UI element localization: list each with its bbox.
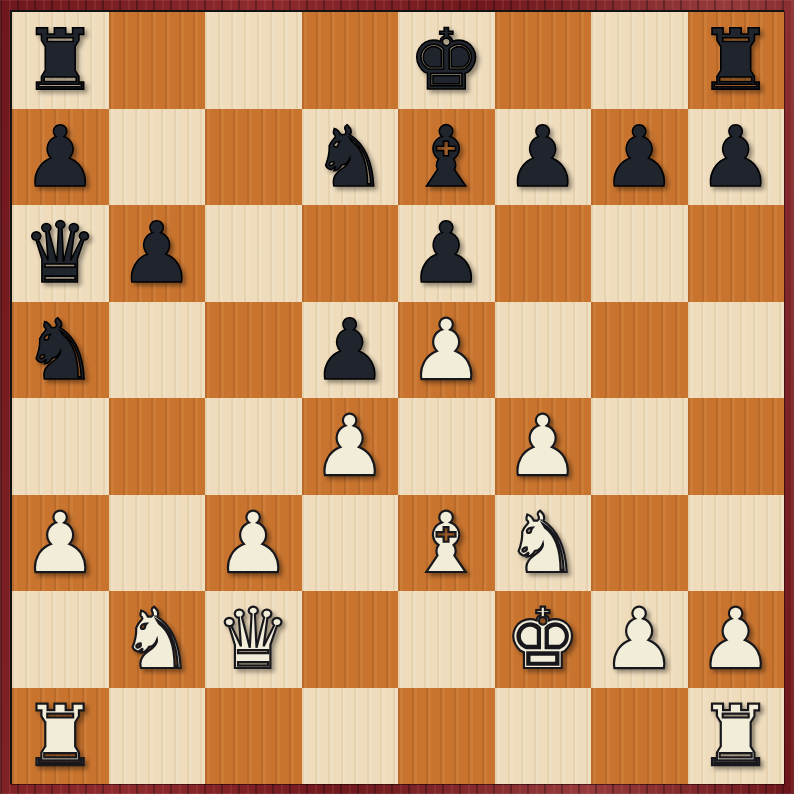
piece-white-pawn[interactable]: ♟	[505, 404, 580, 488]
piece-white-king[interactable]: ♚	[505, 597, 580, 681]
square-c5[interactable]	[205, 302, 302, 399]
square-f1[interactable]	[495, 688, 592, 785]
square-b3[interactable]	[109, 495, 206, 592]
piece-white-pawn[interactable]: ♟	[698, 597, 773, 681]
square-e1[interactable]	[398, 688, 495, 785]
piece-black-pawn[interactable]: ♟	[505, 115, 580, 199]
square-g7[interactable]: ♟	[591, 109, 688, 206]
square-h2[interactable]: ♟	[688, 591, 785, 688]
square-f4[interactable]: ♟	[495, 398, 592, 495]
square-d7[interactable]: ♞	[302, 109, 399, 206]
piece-white-pawn[interactable]: ♟	[216, 501, 291, 585]
square-d1[interactable]	[302, 688, 399, 785]
square-a5[interactable]: ♞	[12, 302, 109, 399]
piece-white-pawn[interactable]: ♟	[602, 597, 677, 681]
square-a2[interactable]	[12, 591, 109, 688]
piece-black-rook[interactable]: ♜	[23, 18, 98, 102]
square-c3[interactable]: ♟	[205, 495, 302, 592]
square-a3[interactable]: ♟	[12, 495, 109, 592]
piece-black-bishop[interactable]: ♝	[409, 115, 484, 199]
piece-black-queen[interactable]: ♛	[23, 211, 98, 295]
piece-black-pawn[interactable]: ♟	[119, 211, 194, 295]
square-h4[interactable]	[688, 398, 785, 495]
square-d6[interactable]	[302, 205, 399, 302]
square-d5[interactable]: ♟	[302, 302, 399, 399]
square-e6[interactable]: ♟	[398, 205, 495, 302]
piece-black-pawn[interactable]: ♟	[698, 115, 773, 199]
square-b4[interactable]	[109, 398, 206, 495]
square-h6[interactable]	[688, 205, 785, 302]
square-f8[interactable]	[495, 12, 592, 109]
square-a6[interactable]: ♛	[12, 205, 109, 302]
piece-white-knight[interactable]: ♞	[119, 597, 194, 681]
square-e7[interactable]: ♝	[398, 109, 495, 206]
square-a4[interactable]	[12, 398, 109, 495]
square-g1[interactable]	[591, 688, 688, 785]
piece-black-pawn[interactable]: ♟	[602, 115, 677, 199]
square-g5[interactable]	[591, 302, 688, 399]
square-c6[interactable]	[205, 205, 302, 302]
square-c7[interactable]	[205, 109, 302, 206]
square-h7[interactable]: ♟	[688, 109, 785, 206]
square-c1[interactable]	[205, 688, 302, 785]
board-frame: ♜♚♜♟♞♝♟♟♟♛♟♟♞♟♟♟♟♟♟♝♞♞♛♚♟♟♜♜	[0, 0, 794, 794]
square-b5[interactable]	[109, 302, 206, 399]
square-c4[interactable]	[205, 398, 302, 495]
square-g4[interactable]	[591, 398, 688, 495]
square-e3[interactable]: ♝	[398, 495, 495, 592]
piece-white-pawn[interactable]: ♟	[312, 404, 387, 488]
square-a7[interactable]: ♟	[12, 109, 109, 206]
piece-black-knight[interactable]: ♞	[312, 115, 387, 199]
square-f3[interactable]: ♞	[495, 495, 592, 592]
square-a8[interactable]: ♜	[12, 12, 109, 109]
piece-black-pawn[interactable]: ♟	[23, 115, 98, 199]
square-e4[interactable]	[398, 398, 495, 495]
piece-white-knight[interactable]: ♞	[505, 501, 580, 585]
square-d3[interactable]	[302, 495, 399, 592]
square-c8[interactable]	[205, 12, 302, 109]
square-f2[interactable]: ♚	[495, 591, 592, 688]
piece-white-pawn[interactable]: ♟	[409, 308, 484, 392]
square-b8[interactable]	[109, 12, 206, 109]
square-h1[interactable]: ♜	[688, 688, 785, 785]
piece-black-pawn[interactable]: ♟	[312, 308, 387, 392]
square-g2[interactable]: ♟	[591, 591, 688, 688]
square-b1[interactable]	[109, 688, 206, 785]
piece-white-bishop[interactable]: ♝	[409, 501, 484, 585]
piece-white-rook[interactable]: ♜	[23, 694, 98, 778]
square-g8[interactable]	[591, 12, 688, 109]
square-d2[interactable]	[302, 591, 399, 688]
square-d4[interactable]: ♟	[302, 398, 399, 495]
piece-black-pawn[interactable]: ♟	[409, 211, 484, 295]
piece-black-rook[interactable]: ♜	[698, 18, 773, 102]
square-h5[interactable]	[688, 302, 785, 399]
piece-white-queen[interactable]: ♛	[216, 597, 291, 681]
square-b7[interactable]	[109, 109, 206, 206]
square-e5[interactable]: ♟	[398, 302, 495, 399]
piece-black-knight[interactable]: ♞	[23, 308, 98, 392]
piece-white-rook[interactable]: ♜	[698, 694, 773, 778]
square-h8[interactable]: ♜	[688, 12, 785, 109]
square-h3[interactable]	[688, 495, 785, 592]
square-a1[interactable]: ♜	[12, 688, 109, 785]
square-g6[interactable]	[591, 205, 688, 302]
square-b6[interactable]: ♟	[109, 205, 206, 302]
square-f5[interactable]	[495, 302, 592, 399]
piece-white-pawn[interactable]: ♟	[23, 501, 98, 585]
square-e2[interactable]	[398, 591, 495, 688]
square-e8[interactable]: ♚	[398, 12, 495, 109]
square-d8[interactable]	[302, 12, 399, 109]
square-f6[interactable]	[495, 205, 592, 302]
piece-black-king[interactable]: ♚	[409, 18, 484, 102]
square-f7[interactable]: ♟	[495, 109, 592, 206]
chess-board: ♜♚♜♟♞♝♟♟♟♛♟♟♞♟♟♟♟♟♟♝♞♞♛♚♟♟♜♜	[10, 10, 784, 784]
square-c2[interactable]: ♛	[205, 591, 302, 688]
square-b2[interactable]: ♞	[109, 591, 206, 688]
square-g3[interactable]	[591, 495, 688, 592]
